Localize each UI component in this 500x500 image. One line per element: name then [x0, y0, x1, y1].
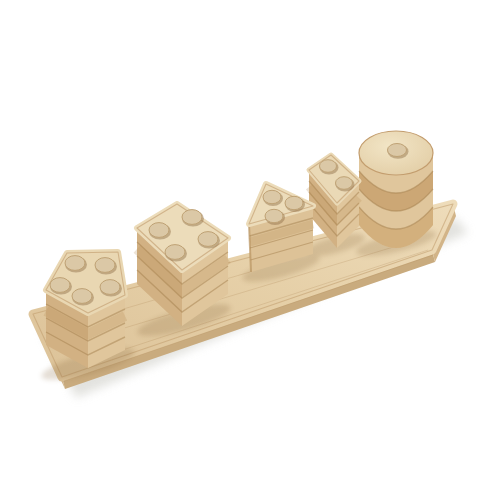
- photo-background: [0, 0, 500, 500]
- pentagon-stack: [46, 252, 125, 368]
- circle-stack: [359, 131, 433, 248]
- shape-sorter-photo: [0, 0, 500, 500]
- peg: [182, 210, 204, 227]
